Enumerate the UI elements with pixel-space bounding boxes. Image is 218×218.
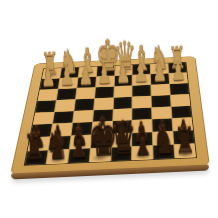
square-a4[interactable]: [171, 94, 190, 106]
square-b4[interactable]: [152, 95, 171, 107]
perspective-container: ♜♞♝♚♛♝♞♜♟♟♟♟♟♟♟♟♟♟♟♟♟♟♟♟♜♞♝♚♛♝♞♜: [2, 0, 210, 181]
chess-set-photo: ♜♞♝♚♛♝♞♜♟♟♟♟♟♟♟♟♟♟♟♟♟♟♟♟♜♞♝♚♛♝♞♜: [0, 0, 218, 218]
white-pawn[interactable]: ♟: [169, 58, 188, 84]
square-f8[interactable]: ♝: [68, 149, 90, 163]
board-perspective-wrapper: ♜♞♝♚♛♝♞♜♟♟♟♟♟♟♟♟♟♟♟♟♟♟♟♟♜♞♝♚♛♝♞♜: [2, 0, 210, 181]
square-g2[interactable]: ♟: [58, 78, 77, 89]
white-pawn[interactable]: ♟: [57, 63, 76, 89]
square-a8[interactable]: ♜: [174, 144, 196, 158]
black-bishop[interactable]: ♝: [131, 120, 153, 161]
square-h3[interactable]: [38, 89, 58, 100]
square-c4[interactable]: [133, 96, 152, 108]
black-knight[interactable]: ♞: [45, 126, 67, 165]
square-b8[interactable]: ♞: [153, 145, 174, 159]
square-a3[interactable]: [170, 83, 189, 94]
square-h4[interactable]: [35, 100, 55, 112]
square-f3[interactable]: [76, 87, 95, 98]
white-pawn[interactable]: ♟: [150, 59, 169, 85]
chess-board: ♜♞♝♚♛♝♞♜♟♟♟♟♟♟♟♟♟♟♟♟♟♟♟♟♜♞♝♚♛♝♞♜: [10, 56, 210, 174]
black-rook[interactable]: ♜: [23, 130, 45, 166]
square-d3[interactable]: [114, 86, 132, 97]
square-g4[interactable]: [55, 99, 75, 111]
white-pawn[interactable]: ♟: [39, 64, 58, 90]
square-h2[interactable]: ♟: [40, 78, 59, 89]
white-pawn[interactable]: ♟: [113, 61, 132, 87]
white-pawn[interactable]: ♟: [132, 60, 151, 86]
white-pawn[interactable]: ♟: [94, 62, 113, 88]
square-g8[interactable]: ♞: [46, 150, 68, 164]
square-e3[interactable]: [95, 87, 114, 98]
black-queen[interactable]: ♛: [109, 115, 132, 162]
black-king[interactable]: ♚: [87, 112, 110, 163]
black-rook[interactable]: ♜: [174, 123, 196, 159]
square-a2[interactable]: ♟: [169, 73, 187, 84]
square-d2[interactable]: ♟: [114, 75, 132, 86]
black-bishop[interactable]: ♝: [66, 123, 88, 164]
square-c3[interactable]: [133, 85, 151, 96]
square-e8[interactable]: ♚: [89, 148, 110, 162]
square-d8[interactable]: ♛: [111, 147, 132, 161]
white-pawn[interactable]: ♟: [76, 62, 95, 88]
square-b2[interactable]: ♟: [151, 73, 169, 84]
square-c2[interactable]: ♟: [133, 74, 151, 85]
square-e2[interactable]: ♟: [96, 76, 114, 87]
square-f2[interactable]: ♟: [77, 77, 96, 88]
square-c8[interactable]: ♝: [132, 146, 153, 160]
black-knight[interactable]: ♞: [152, 121, 174, 160]
square-g3[interactable]: [57, 88, 76, 99]
square-h8[interactable]: ♜: [25, 151, 48, 166]
square-b3[interactable]: [151, 84, 169, 95]
board-grid: ♜♞♝♚♛♝♞♜♟♟♟♟♟♟♟♟♟♟♟♟♟♟♟♟♜♞♝♚♛♝♞♜: [24, 62, 197, 166]
